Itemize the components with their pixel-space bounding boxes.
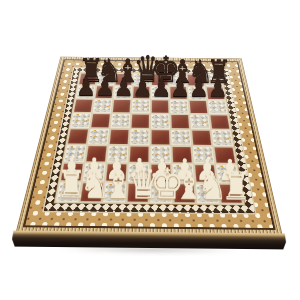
square-b6 [93,99,113,113]
square-d3 [129,146,150,163]
piece-white-bishop: ♝ [103,168,126,202]
square-c7: ♟ [113,86,131,99]
square-h8: ♜ [204,74,223,86]
square-f2: ♟ [172,164,194,182]
square-d8: ♛ [133,74,150,86]
square-h3 [214,147,237,164]
photo-composition: ♜♞♝♛♚♝♞♜♟♟♟♟♟♟♟♟♟♟♟♟♟♟♟♟♜♞♝♛♚♝♞♜ [0,0,300,300]
square-h4 [211,130,233,146]
piece-black-king: ♚ [151,53,169,86]
square-d4 [130,129,150,145]
square-b1: ♞ [79,182,103,202]
square-f1: ♝ [173,183,196,203]
piece-black-rook: ♜ [78,56,95,85]
piece-white-king: ♚ [150,165,173,203]
square-g8: ♞ [187,74,205,86]
piece-black-queen: ♛ [133,53,151,86]
square-a2: ♟ [60,163,84,181]
piece-white-knight: ♞ [197,169,220,203]
piece-white-queen: ♛ [127,164,150,202]
square-a6 [73,99,93,113]
square-e1: ♚ [150,183,172,203]
square-a5 [70,113,91,128]
square-f7: ♟ [169,86,187,99]
square-e8: ♚ [151,74,168,86]
board-shadow [21,244,277,256]
square-f6 [170,100,189,114]
square-c6 [112,99,131,113]
piece-white-bishop: ♝ [174,169,197,203]
square-e2: ♟ [150,164,171,182]
square-g4 [191,130,212,146]
piece-black-bishop: ♝ [115,56,132,85]
square-f8: ♝ [169,74,187,86]
square-g3 [193,146,215,163]
square-c2: ♟ [105,163,127,181]
square-e4 [151,129,171,145]
chess-board: ♜♞♝♛♚♝♞♜♟♟♟♟♟♟♟♟♟♟♟♟♟♟♟♟♜♞♝♛♚♝♞♜ [16,57,283,236]
piece-black-knight: ♞ [97,56,114,85]
square-c8: ♝ [115,73,133,85]
square-e7: ♟ [151,86,169,99]
square-a8: ♜ [78,73,97,85]
square-a1: ♜ [56,182,81,202]
square-h7: ♟ [206,87,225,100]
square-g2: ♟ [194,164,217,182]
board-grid: ♜♞♝♛♚♝♞♜♟♟♟♟♟♟♟♟♟♟♟♟♟♟♟♟♜♞♝♛♚♝♞♜ [54,72,246,206]
diamond-inlay-border: ♜♞♝♛♚♝♞♜♟♟♟♟♟♟♟♟♟♟♟♟♟♟♟♟♜♞♝♛♚♝♞♜ [42,67,256,215]
square-d2: ♟ [128,164,150,182]
square-f4 [171,130,191,146]
square-b5 [90,113,111,128]
piece-black-bishop: ♝ [169,57,186,86]
square-c5 [110,114,130,129]
square-b7: ♟ [95,86,114,99]
square-h2: ♟ [216,165,240,183]
square-f5 [170,114,190,129]
square-e3 [150,146,170,163]
square-d1: ♛ [127,183,149,203]
square-h1: ♜ [218,184,243,204]
chess-set-photo: ♜♞♝♛♚♝♞♜♟♟♟♟♟♟♟♟♟♟♟♟♟♟♟♟♜♞♝♛♚♝♞♜ [0,0,300,300]
square-a7: ♟ [76,86,96,99]
square-h5 [209,115,230,130]
rosette-inlay-border: ♜♞♝♛♚♝♞♜♟♟♟♟♟♟♟♟♟♟♟♟♟♟♟♟♜♞♝♛♚♝♞♜ [23,59,276,230]
board-outer-edging: ♜♞♝♛♚♝♞♜♟♟♟♟♟♟♟♟♟♟♟♟♟♟♟♟♜♞♝♛♚♝♞♜ [16,57,283,236]
square-b3 [85,145,107,162]
piece-black-rook: ♜ [206,57,223,86]
square-a3 [64,145,87,162]
square-b4 [88,129,109,145]
square-c1: ♝ [103,183,126,203]
piece-white-knight: ♞ [79,168,102,202]
square-b8: ♞ [97,73,115,85]
board-scaler: ♜♞♝♛♚♝♞♜♟♟♟♟♟♟♟♟♟♟♟♟♟♟♟♟♜♞♝♛♚♝♞♜ [41,20,259,238]
square-g7: ♟ [188,87,207,100]
square-g6 [189,100,208,114]
square-g5 [190,114,210,129]
piece-white-rook: ♜ [221,170,244,204]
square-a4 [67,129,89,145]
square-d7: ♟ [132,86,150,99]
piece-black-knight: ♞ [188,57,205,86]
square-c4 [109,129,130,145]
piece-white-rook: ♜ [56,168,79,202]
square-h6 [208,100,228,114]
square-b2: ♟ [82,163,105,181]
square-d5 [131,114,150,129]
square-e6 [151,100,169,114]
square-e5 [151,114,170,129]
square-g1: ♞ [196,184,220,204]
square-c3 [107,146,128,163]
square-d6 [131,100,150,114]
square-f3 [172,146,193,163]
